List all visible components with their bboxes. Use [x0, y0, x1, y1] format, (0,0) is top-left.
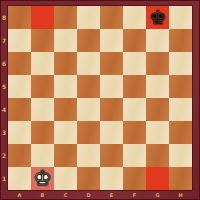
square-f4[interactable]: [123, 98, 146, 121]
square-b6[interactable]: [31, 52, 54, 75]
square-a2[interactable]: [8, 144, 31, 167]
square-e3[interactable]: [100, 121, 123, 144]
square-h5[interactable]: [169, 75, 192, 98]
square-e8[interactable]: [100, 6, 123, 29]
square-d7[interactable]: [77, 29, 100, 52]
square-f2[interactable]: [123, 144, 146, 167]
square-a8[interactable]: [8, 6, 31, 29]
square-e2[interactable]: [100, 144, 123, 167]
square-g1[interactable]: [146, 167, 169, 190]
file-label-f: F: [123, 190, 146, 200]
square-c8[interactable]: [54, 6, 77, 29]
rank-label-7: 7: [0, 29, 8, 52]
square-a4[interactable]: [8, 98, 31, 121]
square-c1[interactable]: [54, 167, 77, 190]
square-d2[interactable]: [77, 144, 100, 167]
square-g8[interactable]: ♚: [146, 6, 169, 29]
square-d1[interactable]: [77, 167, 100, 190]
square-d6[interactable]: [77, 52, 100, 75]
square-d5[interactable]: [77, 75, 100, 98]
square-e5[interactable]: [100, 75, 123, 98]
square-b4[interactable]: [31, 98, 54, 121]
rank-label-4: 4: [0, 98, 8, 121]
file-label-b: B: [31, 190, 54, 200]
square-c4[interactable]: [54, 98, 77, 121]
square-b8[interactable]: [31, 6, 54, 29]
rank-label-3: 3: [0, 121, 8, 144]
file-label-g: G: [146, 190, 169, 200]
file-label-h: H: [169, 190, 192, 200]
square-c3[interactable]: [54, 121, 77, 144]
square-h2[interactable]: [169, 144, 192, 167]
square-b5[interactable]: [31, 75, 54, 98]
square-h3[interactable]: [169, 121, 192, 144]
square-a1[interactable]: [8, 167, 31, 190]
square-e7[interactable]: [100, 29, 123, 52]
square-b7[interactable]: [31, 29, 54, 52]
rank-label-2: 2: [0, 144, 8, 167]
rank-label-1: 1: [0, 167, 8, 190]
square-g5[interactable]: [146, 75, 169, 98]
square-h8[interactable]: [169, 6, 192, 29]
square-c7[interactable]: [54, 29, 77, 52]
square-e4[interactable]: [100, 98, 123, 121]
square-d8[interactable]: [77, 6, 100, 29]
square-f6[interactable]: [123, 52, 146, 75]
square-c2[interactable]: [54, 144, 77, 167]
square-h1[interactable]: [169, 167, 192, 190]
square-c6[interactable]: [54, 52, 77, 75]
white-king[interactable]: ♚: [34, 167, 52, 190]
square-f1[interactable]: [123, 167, 146, 190]
rank-label-8: 8: [0, 6, 8, 29]
square-e6[interactable]: [100, 52, 123, 75]
square-f8[interactable]: [123, 6, 146, 29]
square-g2[interactable]: [146, 144, 169, 167]
square-d4[interactable]: [77, 98, 100, 121]
square-f3[interactable]: [123, 121, 146, 144]
square-h6[interactable]: [169, 52, 192, 75]
square-b2[interactable]: [31, 144, 54, 167]
black-king[interactable]: ♚: [149, 6, 167, 29]
square-d3[interactable]: [77, 121, 100, 144]
rank-label-6: 6: [0, 52, 8, 75]
square-h4[interactable]: [169, 98, 192, 121]
square-g7[interactable]: [146, 29, 169, 52]
file-labels: ABCDEFGH: [8, 190, 192, 200]
square-g6[interactable]: [146, 52, 169, 75]
file-label-a: A: [8, 190, 31, 200]
square-b3[interactable]: [31, 121, 54, 144]
file-label-e: E: [100, 190, 123, 200]
file-label-c: C: [54, 190, 77, 200]
square-g3[interactable]: [146, 121, 169, 144]
square-f5[interactable]: [123, 75, 146, 98]
square-a5[interactable]: [8, 75, 31, 98]
square-c5[interactable]: [54, 75, 77, 98]
square-e1[interactable]: [100, 167, 123, 190]
chess-board-frame: 87654321 ♚♚ ABCDEFGH: [0, 0, 200, 200]
square-g4[interactable]: [146, 98, 169, 121]
square-b1[interactable]: ♚: [31, 167, 54, 190]
square-a7[interactable]: [8, 29, 31, 52]
file-label-d: D: [77, 190, 100, 200]
chess-board: ♚♚: [8, 6, 192, 190]
rank-label-5: 5: [0, 75, 8, 98]
square-a3[interactable]: [8, 121, 31, 144]
square-h7[interactable]: [169, 29, 192, 52]
square-a6[interactable]: [8, 52, 31, 75]
rank-labels: 87654321: [0, 6, 8, 190]
square-f7[interactable]: [123, 29, 146, 52]
